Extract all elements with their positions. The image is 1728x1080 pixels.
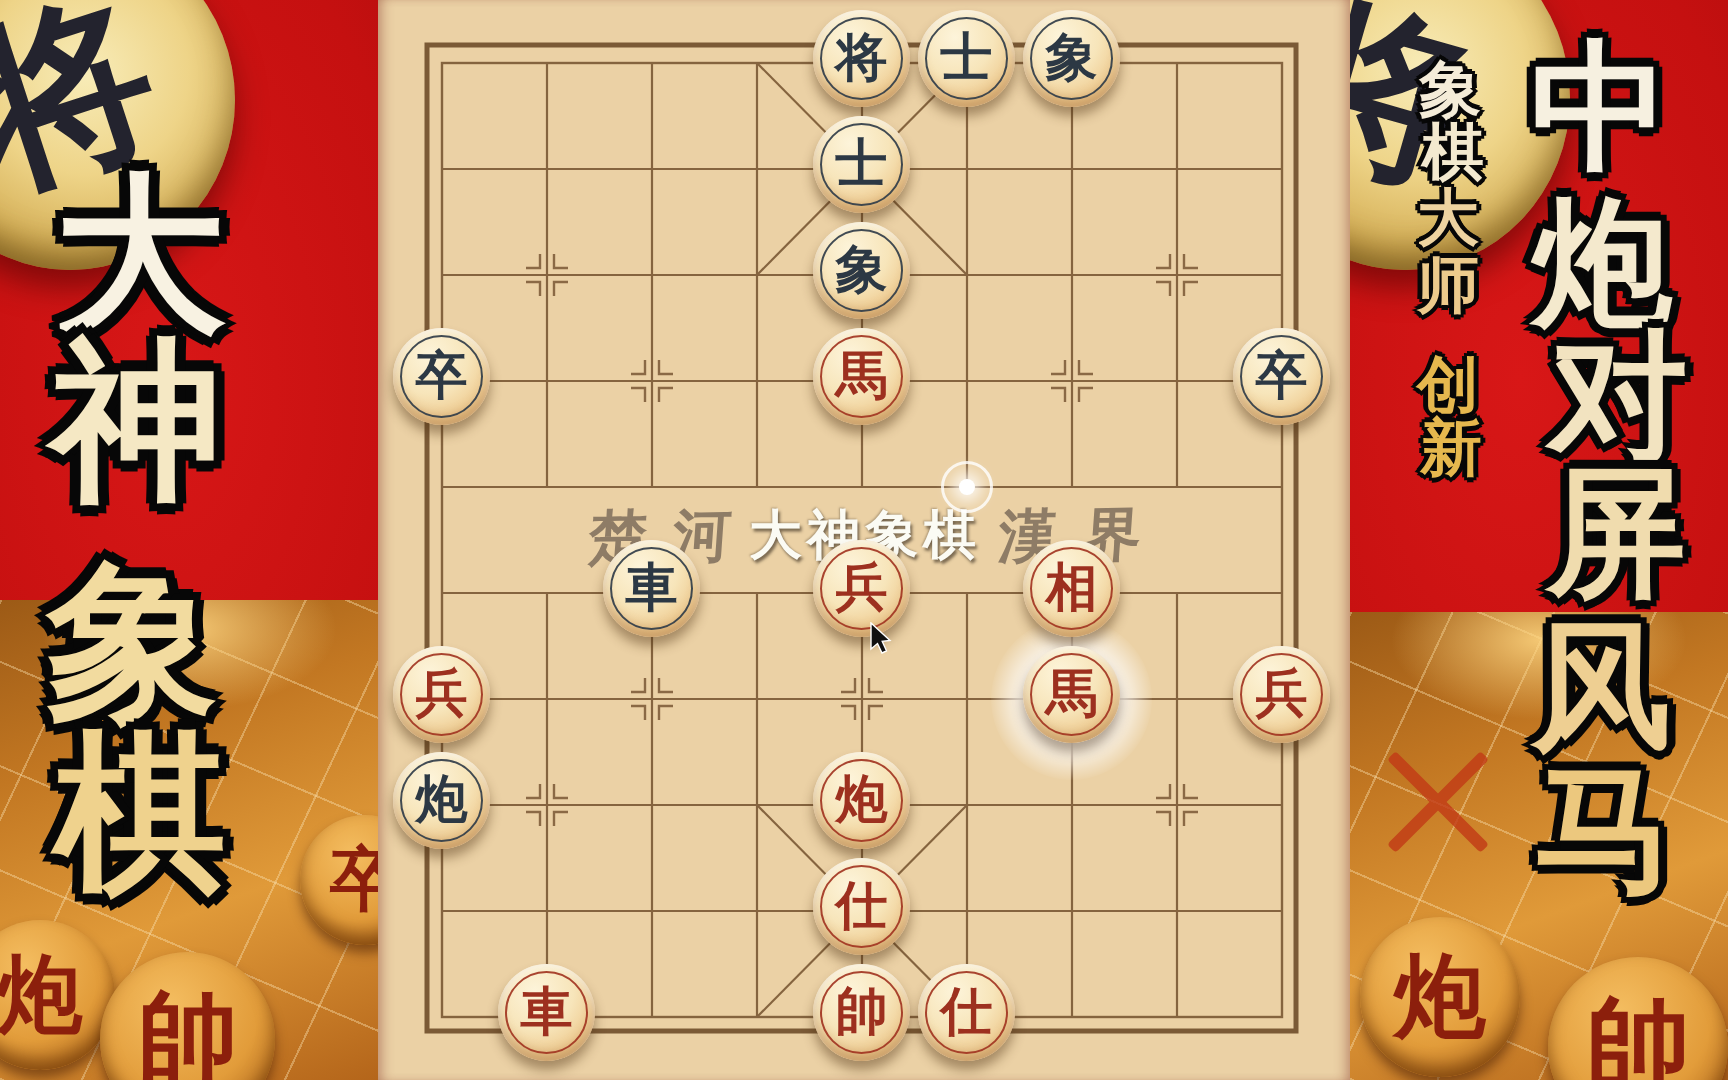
right-title-char-3: 对: [1548, 327, 1688, 467]
red-general-piece[interactable]: 帥: [809, 964, 914, 1070]
black-advisor-piece[interactable]: 士: [914, 10, 1019, 116]
left-title-char-2: 神: [51, 334, 223, 506]
tagline-char-2: 新: [1420, 417, 1482, 479]
piece-character: 仕: [836, 880, 888, 932]
left-title-char-3: 象: [46, 556, 218, 728]
mouse-cursor: [870, 622, 896, 656]
red-cannon-piece[interactable]: 炮: [809, 752, 914, 858]
piece-character: 象: [1046, 32, 1098, 84]
piece-character: 炮: [416, 774, 468, 826]
decor-piece-cannon: 炮: [0, 920, 115, 1070]
decor-piece-partial: 卒: [300, 815, 378, 945]
move-indicator-dot[interactable]: [959, 479, 975, 495]
piece-disc: 将: [813, 10, 910, 107]
piece-disc: 炮: [393, 752, 490, 849]
red-soldier-piece[interactable]: 兵: [1229, 646, 1334, 752]
black-elephant-piece[interactable]: 象: [1019, 10, 1124, 116]
decor-piece-general: 帥: [1548, 957, 1728, 1080]
subtitle-char-2: 棋: [1422, 121, 1484, 183]
piece-character: 士: [836, 138, 888, 190]
right-title-char-6: 马: [1534, 760, 1674, 900]
piece-disc: 兵: [393, 646, 490, 743]
piece-disc: 士: [813, 116, 910, 213]
black-soldier-piece[interactable]: 卒: [389, 328, 494, 434]
piece-character: 象: [836, 244, 888, 296]
black-cannon-piece[interactable]: 炮: [389, 752, 494, 858]
piece-disc: 象: [1023, 10, 1120, 107]
xiangqi-board[interactable]: 楚河 漢界 大神象棋 将士象士象卒馬卒車兵相兵馬兵炮炮仕車帥仕: [378, 0, 1350, 1080]
black-chariot-piece[interactable]: 車: [599, 540, 704, 646]
piece-grid: 将士象士象卒馬卒車兵相兵馬兵炮炮仕車帥仕: [389, 10, 1334, 1070]
piece-disc: 相: [1023, 540, 1120, 637]
right-title-char-1: 中: [1530, 37, 1670, 177]
tagline-char-1: 创: [1417, 354, 1479, 416]
piece-disc: 炮: [813, 752, 910, 849]
piece-disc: 士: [918, 10, 1015, 107]
piece-character: 兵: [1256, 668, 1308, 720]
red-advisor-piece[interactable]: 仕: [914, 964, 1019, 1070]
piece-character: 車: [521, 986, 573, 1038]
piece-character: 仕: [941, 986, 993, 1038]
piece-disc: 馬: [813, 328, 910, 425]
piece-character: 帥: [836, 986, 888, 1038]
piece-disc: 卒: [1233, 328, 1330, 425]
subtitle-char-4: 师: [1417, 254, 1479, 316]
piece-disc: 車: [498, 964, 595, 1061]
piece-disc: 兵: [1233, 646, 1330, 743]
red-horse-piece[interactable]: 馬: [809, 328, 914, 434]
left-title-char-1: 大: [54, 169, 226, 341]
piece-disc: 車: [603, 540, 700, 637]
piece-disc: 卒: [393, 328, 490, 425]
piece-character: 相: [1046, 562, 1098, 614]
piece-character: 士: [941, 32, 993, 84]
piece-character: 兵: [836, 562, 888, 614]
piece-disc: 馬: [1023, 646, 1120, 743]
piece-character: 卒: [1256, 350, 1308, 402]
left-banner-panel: 将 炮 帥 卒 大 神 象 棋: [0, 0, 378, 1080]
decor-piece-cannon: 炮: [1360, 917, 1520, 1077]
piece-character: 卒: [416, 350, 468, 402]
piece-character: 将: [836, 32, 888, 84]
right-title-char-5: 风: [1531, 617, 1671, 757]
piece-character: 炮: [836, 774, 888, 826]
piece-character: 車: [626, 562, 678, 614]
decor-piece-general: 帥: [100, 952, 275, 1080]
right-title-char-4: 屏: [1546, 463, 1686, 603]
right-title-char-2: 炮: [1532, 193, 1672, 333]
piece-character: 兵: [416, 668, 468, 720]
subtitle-char-3: 大: [1417, 187, 1479, 249]
decor-board-marking: [1378, 742, 1498, 862]
red-soldier-piece[interactable]: 兵: [809, 540, 914, 646]
piece-character: 馬: [1046, 668, 1098, 720]
black-general-piece[interactable]: 将: [809, 10, 914, 116]
red-horse-piece[interactable]: 馬: [1019, 646, 1124, 752]
red-chariot-piece[interactable]: 車: [494, 964, 599, 1070]
red-soldier-piece[interactable]: 兵: [389, 646, 494, 752]
black-advisor-piece[interactable]: 士: [809, 116, 914, 222]
piece-disc: 仕: [813, 858, 910, 955]
black-elephant-piece[interactable]: 象: [809, 222, 914, 328]
piece-disc: 仕: [918, 964, 1015, 1061]
piece-character: 馬: [836, 350, 888, 402]
subtitle-char-1: 象: [1419, 59, 1481, 121]
piece-disc: 象: [813, 222, 910, 319]
piece-disc: 帥: [813, 964, 910, 1061]
red-advisor-piece[interactable]: 仕: [809, 858, 914, 964]
right-banner-panel: 将 炮 帥 象 棋 大 师 创 新 中 炮 对 屏 风 马: [1350, 0, 1728, 1080]
app-screen: 将 炮 帥 卒 大 神 象 棋 楚河 漢界 大神象棋 将士象士象卒馬卒車兵相兵馬…: [0, 0, 1728, 1080]
left-title-char-4: 棋: [54, 726, 226, 898]
black-soldier-piece[interactable]: 卒: [1229, 328, 1334, 434]
